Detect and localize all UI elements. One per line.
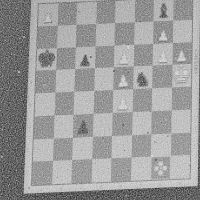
file-label-c: c <box>71 184 91 190</box>
square-g7: ♟ <box>153 20 173 43</box>
square-e5: ♟ <box>113 67 133 90</box>
square-f7 <box>134 21 154 44</box>
square-f6 <box>133 43 153 66</box>
white-pawn-g7: ♟ <box>156 29 170 43</box>
white-pawn-e5: ♟ <box>116 73 131 90</box>
brand-text: CHESSEX <box>193 50 198 75</box>
square-c2 <box>72 136 92 160</box>
square-c8 <box>77 2 97 25</box>
square-e8 <box>115 0 135 23</box>
square-b5 <box>55 69 75 92</box>
square-b3 <box>53 114 73 138</box>
square-b8 <box>57 3 77 26</box>
file-label-e: e <box>111 182 131 188</box>
square-f3 <box>132 111 152 135</box>
black-knight-f5: ♞ <box>134 69 152 90</box>
square-a2 <box>33 138 53 162</box>
file-label-g: g <box>150 181 170 187</box>
white-king-h5: ♚ <box>170 62 192 88</box>
black-pawn-c3: ♟ <box>75 119 92 137</box>
square-e3 <box>112 112 132 136</box>
square-e2 <box>111 135 131 159</box>
file-label-h: h <box>170 180 190 186</box>
square-a1 <box>32 161 53 185</box>
rank-label-1: 1 <box>25 162 28 185</box>
square-b2 <box>53 137 73 161</box>
chess-board: ♝♝♟♚♟♟♟♟♟♞♚♟♟ CHESSEX abcdefgh 87654321 <box>24 0 200 194</box>
file-label-d: d <box>91 183 111 189</box>
square-h2 <box>170 132 190 156</box>
square-g3 <box>151 110 171 134</box>
square-a4 <box>35 93 55 117</box>
rank-label-5: 5 <box>29 71 32 94</box>
square-a8: ♝ <box>38 3 58 26</box>
white-pawn-h6: ♟ <box>175 49 189 65</box>
square-c5 <box>74 68 94 91</box>
rank-label-7: 7 <box>31 26 34 48</box>
square-e1 <box>111 158 131 182</box>
square-e7 <box>114 22 134 45</box>
square-e4: ♟ <box>113 89 133 113</box>
square-h4 <box>171 87 191 111</box>
square-d4 <box>93 90 113 114</box>
square-h8 <box>173 0 193 20</box>
white-bishop-a8: ♝ <box>39 7 57 27</box>
square-d7 <box>95 23 115 46</box>
square-f5: ♞ <box>133 66 153 89</box>
white-pawn-g6: ♟ <box>156 50 170 65</box>
square-g2 <box>151 133 171 157</box>
square-a6: ♚ <box>36 48 56 71</box>
square-h1 <box>170 155 190 179</box>
square-g4 <box>152 88 172 112</box>
rank-label-4: 4 <box>28 94 31 117</box>
rank-label-2: 2 <box>26 139 29 162</box>
rank-label-6: 6 <box>30 49 33 72</box>
square-d6 <box>94 45 114 68</box>
square-h5: ♚ <box>172 64 192 87</box>
photo-scene: ♝♝♟♚♟♟♟♟♟♞♚♟♟ CHESSEX abcdefgh 87654321 <box>0 0 200 200</box>
square-a3 <box>34 115 54 139</box>
square-g1 <box>150 156 170 180</box>
square-d2 <box>92 136 112 160</box>
rank-label-3: 3 <box>27 116 30 139</box>
file-label-f: f <box>130 182 150 188</box>
black-king-a6: ♚ <box>35 47 57 71</box>
square-g8: ♝ <box>154 0 174 21</box>
square-c6: ♟ <box>75 46 95 69</box>
corner-ornament-icon <box>154 161 166 175</box>
square-b6 <box>56 47 76 70</box>
square-c1 <box>71 159 91 183</box>
square-h7 <box>172 20 192 43</box>
black-pawn-c6: ♟ <box>78 54 92 69</box>
black-bishop-g8: ♝ <box>155 2 173 22</box>
white-pawn-e4: ♟ <box>115 96 131 113</box>
white-pawn-e6: ♟ <box>117 52 131 67</box>
square-f1 <box>131 157 151 181</box>
square-b1 <box>52 160 72 184</box>
square-h3 <box>171 109 191 133</box>
file-label-b: b <box>51 185 71 191</box>
square-c7 <box>76 24 96 47</box>
square-f4 <box>132 88 152 112</box>
square-c4 <box>74 91 94 115</box>
square-c3: ♟ <box>73 114 93 138</box>
square-a7 <box>37 25 57 48</box>
file-label-a: a <box>32 186 52 192</box>
square-e6: ♟ <box>114 44 134 67</box>
square-h6: ♟ <box>172 42 192 65</box>
square-d5 <box>94 68 114 91</box>
square-g6: ♟ <box>153 43 173 66</box>
square-b7 <box>56 25 76 48</box>
square-f2 <box>131 134 151 158</box>
square-b4 <box>54 92 74 116</box>
rank-label-8: 8 <box>32 4 35 26</box>
square-g5 <box>152 65 172 88</box>
square-d8 <box>96 1 116 24</box>
square-d1 <box>91 159 111 183</box>
board-grid: ♝♝♟♚♟♟♟♟♟♞♚♟♟ <box>32 0 192 185</box>
square-d3 <box>92 113 112 137</box>
square-a5 <box>35 70 55 93</box>
square-f8 <box>134 0 154 22</box>
